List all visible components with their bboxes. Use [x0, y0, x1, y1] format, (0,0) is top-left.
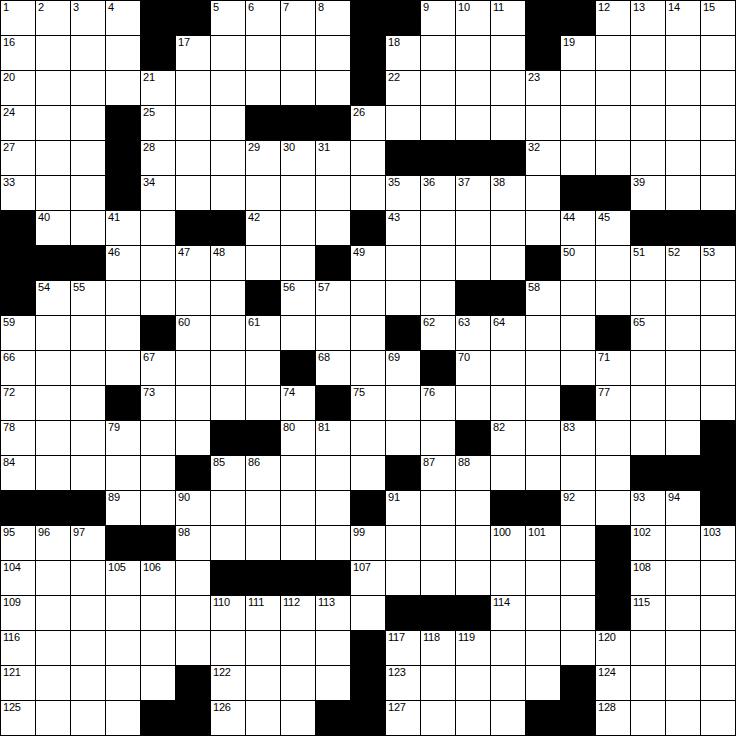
grid-cell[interactable] — [421, 421, 455, 455]
grid-cell[interactable]: 54 — [36, 281, 70, 315]
grid-cell[interactable]: 114 — [491, 596, 525, 630]
grid-cell[interactable]: 100 — [491, 526, 525, 560]
grid-cell[interactable] — [176, 561, 210, 595]
grid-cell[interactable] — [36, 561, 70, 595]
grid-cell[interactable] — [561, 106, 595, 140]
grid-cell[interactable] — [666, 386, 700, 420]
grid-cell[interactable] — [106, 351, 140, 385]
grid-cell[interactable]: 56 — [281, 281, 315, 315]
grid-cell[interactable]: 101 — [526, 526, 560, 560]
grid-cell[interactable]: 52 — [666, 246, 700, 280]
grid-cell[interactable] — [421, 36, 455, 70]
grid-cell[interactable] — [456, 526, 490, 560]
grid-cell[interactable] — [141, 421, 175, 455]
grid-cell[interactable] — [36, 176, 70, 210]
grid-cell[interactable] — [561, 631, 595, 665]
grid-cell[interactable] — [561, 351, 595, 385]
grid-cell[interactable] — [421, 701, 455, 735]
grid-cell[interactable]: 126 — [211, 701, 245, 735]
grid-cell[interactable]: 97 — [71, 526, 105, 560]
grid-cell[interactable]: 59 — [1, 316, 35, 350]
grid-cell[interactable] — [701, 36, 735, 70]
grid-cell[interactable]: 18 — [386, 36, 420, 70]
grid-cell[interactable] — [316, 71, 350, 105]
grid-cell[interactable] — [631, 631, 665, 665]
grid-cell[interactable] — [246, 491, 280, 525]
grid-cell[interactable] — [316, 666, 350, 700]
grid-cell[interactable] — [36, 36, 70, 70]
grid-cell[interactable] — [141, 456, 175, 490]
grid-cell[interactable] — [561, 71, 595, 105]
grid-cell[interactable]: 103 — [701, 526, 735, 560]
grid-cell[interactable]: 91 — [386, 491, 420, 525]
grid-cell[interactable]: 112 — [281, 596, 315, 630]
grid-cell[interactable] — [246, 631, 280, 665]
grid-cell[interactable] — [211, 526, 245, 560]
grid-cell[interactable]: 24 — [1, 106, 35, 140]
grid-cell[interactable] — [421, 246, 455, 280]
grid-cell[interactable]: 37 — [456, 176, 490, 210]
grid-cell[interactable] — [211, 491, 245, 525]
grid-cell[interactable]: 29 — [246, 141, 280, 175]
grid-cell[interactable]: 86 — [246, 456, 280, 490]
grid-cell[interactable] — [71, 596, 105, 630]
grid-cell[interactable]: 44 — [561, 211, 595, 245]
grid-cell[interactable]: 40 — [36, 211, 70, 245]
grid-cell[interactable] — [176, 141, 210, 175]
grid-cell[interactable] — [316, 211, 350, 245]
grid-cell[interactable]: 115 — [631, 596, 665, 630]
grid-cell[interactable]: 31 — [316, 141, 350, 175]
grid-cell[interactable] — [701, 141, 735, 175]
grid-cell[interactable] — [526, 176, 560, 210]
grid-cell[interactable] — [491, 386, 525, 420]
grid-cell[interactable] — [386, 281, 420, 315]
grid-cell[interactable] — [246, 246, 280, 280]
grid-cell[interactable]: 121 — [1, 666, 35, 700]
grid-cell[interactable] — [701, 631, 735, 665]
grid-cell[interactable] — [596, 281, 630, 315]
grid-cell[interactable] — [386, 246, 420, 280]
grid-cell[interactable] — [701, 281, 735, 315]
grid-cell[interactable] — [246, 36, 280, 70]
grid-cell[interactable] — [561, 526, 595, 560]
grid-cell[interactable]: 68 — [316, 351, 350, 385]
grid-cell[interactable] — [36, 596, 70, 630]
grid-cell[interactable] — [141, 631, 175, 665]
grid-cell[interactable] — [666, 141, 700, 175]
grid-cell[interactable] — [456, 701, 490, 735]
grid-cell[interactable] — [596, 491, 630, 525]
grid-cell[interactable]: 27 — [1, 141, 35, 175]
grid-cell[interactable] — [386, 106, 420, 140]
grid-cell[interactable] — [316, 456, 350, 490]
grid-cell[interactable] — [526, 386, 560, 420]
grid-cell[interactable] — [211, 71, 245, 105]
grid-cell[interactable] — [246, 666, 280, 700]
grid-cell[interactable] — [71, 631, 105, 665]
grid-cell[interactable] — [281, 211, 315, 245]
grid-cell[interactable]: 104 — [1, 561, 35, 595]
grid-cell[interactable]: 42 — [246, 211, 280, 245]
grid-cell[interactable]: 110 — [211, 596, 245, 630]
grid-cell[interactable]: 74 — [281, 386, 315, 420]
grid-cell[interactable]: 11 — [491, 1, 525, 35]
grid-cell[interactable] — [71, 106, 105, 140]
grid-cell[interactable]: 99 — [351, 526, 385, 560]
grid-cell[interactable] — [281, 71, 315, 105]
grid-cell[interactable] — [666, 666, 700, 700]
grid-cell[interactable] — [666, 351, 700, 385]
grid-cell[interactable] — [36, 106, 70, 140]
grid-cell[interactable] — [421, 561, 455, 595]
grid-cell[interactable] — [666, 631, 700, 665]
grid-cell[interactable] — [176, 386, 210, 420]
grid-cell[interactable] — [106, 631, 140, 665]
grid-cell[interactable] — [71, 176, 105, 210]
grid-cell[interactable]: 66 — [1, 351, 35, 385]
grid-cell[interactable] — [701, 386, 735, 420]
grid-cell[interactable] — [71, 36, 105, 70]
grid-cell[interactable] — [71, 701, 105, 735]
grid-cell[interactable]: 16 — [1, 36, 35, 70]
grid-cell[interactable]: 92 — [561, 491, 595, 525]
grid-cell[interactable] — [666, 316, 700, 350]
grid-cell[interactable]: 43 — [386, 211, 420, 245]
grid-cell[interactable]: 93 — [631, 491, 665, 525]
grid-cell[interactable]: 105 — [106, 561, 140, 595]
grid-cell[interactable] — [491, 701, 525, 735]
grid-cell[interactable] — [36, 351, 70, 385]
grid-cell[interactable] — [456, 71, 490, 105]
grid-cell[interactable] — [106, 666, 140, 700]
grid-cell[interactable]: 63 — [456, 316, 490, 350]
grid-cell[interactable] — [666, 701, 700, 735]
grid-cell[interactable] — [246, 71, 280, 105]
grid-cell[interactable]: 109 — [1, 596, 35, 630]
grid-cell[interactable]: 22 — [386, 71, 420, 105]
grid-cell[interactable]: 65 — [631, 316, 665, 350]
grid-cell[interactable]: 127 — [386, 701, 420, 735]
grid-cell[interactable] — [71, 211, 105, 245]
grid-cell[interactable] — [71, 561, 105, 595]
grid-cell[interactable] — [71, 421, 105, 455]
grid-cell[interactable] — [631, 106, 665, 140]
grid-cell[interactable]: 39 — [631, 176, 665, 210]
grid-cell[interactable] — [246, 386, 280, 420]
grid-cell[interactable]: 125 — [1, 701, 35, 735]
grid-cell[interactable] — [596, 141, 630, 175]
grid-cell[interactable] — [281, 316, 315, 350]
grid-cell[interactable]: 33 — [1, 176, 35, 210]
grid-cell[interactable] — [631, 351, 665, 385]
grid-cell[interactable] — [491, 666, 525, 700]
grid-cell[interactable] — [386, 526, 420, 560]
grid-cell[interactable]: 10 — [456, 1, 490, 35]
grid-cell[interactable] — [421, 526, 455, 560]
grid-cell[interactable] — [666, 596, 700, 630]
grid-cell[interactable]: 47 — [176, 246, 210, 280]
grid-cell[interactable] — [561, 316, 595, 350]
grid-cell[interactable]: 85 — [211, 456, 245, 490]
grid-cell[interactable]: 98 — [176, 526, 210, 560]
grid-cell[interactable] — [631, 421, 665, 455]
grid-cell[interactable]: 20 — [1, 71, 35, 105]
grid-cell[interactable] — [526, 456, 560, 490]
grid-cell[interactable]: 2 — [36, 1, 70, 35]
grid-cell[interactable]: 7 — [281, 1, 315, 35]
grid-cell[interactable] — [631, 281, 665, 315]
grid-cell[interactable]: 107 — [351, 561, 385, 595]
grid-cell[interactable] — [211, 141, 245, 175]
grid-cell[interactable] — [491, 561, 525, 595]
grid-cell[interactable] — [701, 561, 735, 595]
grid-cell[interactable] — [71, 351, 105, 385]
grid-cell[interactable] — [351, 316, 385, 350]
grid-cell[interactable] — [351, 596, 385, 630]
grid-cell[interactable] — [701, 701, 735, 735]
grid-cell[interactable] — [246, 526, 280, 560]
grid-cell[interactable] — [526, 596, 560, 630]
grid-cell[interactable]: 48 — [211, 246, 245, 280]
grid-cell[interactable] — [421, 666, 455, 700]
grid-cell[interactable] — [281, 666, 315, 700]
grid-cell[interactable] — [351, 176, 385, 210]
grid-cell[interactable]: 23 — [526, 71, 560, 105]
grid-cell[interactable]: 108 — [631, 561, 665, 595]
grid-cell[interactable] — [106, 701, 140, 735]
grid-cell[interactable]: 79 — [106, 421, 140, 455]
grid-cell[interactable] — [561, 456, 595, 490]
grid-cell[interactable] — [421, 71, 455, 105]
grid-cell[interactable]: 51 — [631, 246, 665, 280]
grid-cell[interactable] — [36, 316, 70, 350]
grid-cell[interactable]: 46 — [106, 246, 140, 280]
grid-cell[interactable]: 96 — [36, 526, 70, 560]
grid-cell[interactable]: 70 — [456, 351, 490, 385]
grid-cell[interactable]: 12 — [596, 1, 630, 35]
grid-cell[interactable]: 102 — [631, 526, 665, 560]
grid-cell[interactable] — [456, 246, 490, 280]
grid-cell[interactable] — [456, 561, 490, 595]
grid-cell[interactable]: 64 — [491, 316, 525, 350]
grid-cell[interactable] — [561, 141, 595, 175]
grid-cell[interactable] — [666, 71, 700, 105]
grid-cell[interactable] — [386, 561, 420, 595]
grid-cell[interactable] — [421, 281, 455, 315]
grid-cell[interactable] — [421, 491, 455, 525]
grid-cell[interactable] — [701, 596, 735, 630]
grid-cell[interactable] — [281, 176, 315, 210]
grid-cell[interactable] — [491, 351, 525, 385]
grid-cell[interactable] — [36, 701, 70, 735]
grid-cell[interactable]: 75 — [351, 386, 385, 420]
grid-cell[interactable] — [281, 246, 315, 280]
grid-cell[interactable]: 4 — [106, 1, 140, 35]
grid-cell[interactable] — [596, 246, 630, 280]
grid-cell[interactable]: 26 — [351, 106, 385, 140]
grid-cell[interactable] — [316, 631, 350, 665]
grid-cell[interactable] — [36, 421, 70, 455]
grid-cell[interactable] — [526, 351, 560, 385]
grid-cell[interactable]: 28 — [141, 141, 175, 175]
grid-cell[interactable] — [701, 316, 735, 350]
grid-cell[interactable]: 73 — [141, 386, 175, 420]
grid-cell[interactable]: 88 — [456, 456, 490, 490]
grid-cell[interactable] — [526, 631, 560, 665]
grid-cell[interactable]: 89 — [106, 491, 140, 525]
grid-cell[interactable] — [456, 386, 490, 420]
grid-cell[interactable]: 45 — [596, 211, 630, 245]
grid-cell[interactable]: 78 — [1, 421, 35, 455]
grid-cell[interactable] — [701, 71, 735, 105]
grid-cell[interactable]: 124 — [596, 666, 630, 700]
grid-cell[interactable]: 5 — [211, 1, 245, 35]
grid-cell[interactable] — [421, 211, 455, 245]
grid-cell[interactable] — [246, 176, 280, 210]
grid-cell[interactable] — [281, 631, 315, 665]
grid-cell[interactable]: 72 — [1, 386, 35, 420]
grid-cell[interactable] — [491, 211, 525, 245]
grid-cell[interactable] — [631, 36, 665, 70]
grid-cell[interactable]: 50 — [561, 246, 595, 280]
grid-cell[interactable] — [351, 351, 385, 385]
grid-cell[interactable] — [106, 316, 140, 350]
grid-cell[interactable] — [631, 701, 665, 735]
grid-cell[interactable] — [106, 596, 140, 630]
grid-cell[interactable] — [36, 666, 70, 700]
grid-cell[interactable] — [106, 456, 140, 490]
grid-cell[interactable] — [666, 106, 700, 140]
grid-cell[interactable] — [176, 596, 210, 630]
grid-cell[interactable] — [526, 666, 560, 700]
grid-cell[interactable]: 8 — [316, 1, 350, 35]
grid-cell[interactable] — [36, 631, 70, 665]
grid-cell[interactable] — [456, 491, 490, 525]
grid-cell[interactable] — [666, 36, 700, 70]
grid-cell[interactable] — [491, 456, 525, 490]
grid-cell[interactable]: 19 — [561, 36, 595, 70]
grid-cell[interactable]: 76 — [421, 386, 455, 420]
grid-cell[interactable] — [176, 351, 210, 385]
grid-cell[interactable] — [526, 106, 560, 140]
grid-cell[interactable]: 90 — [176, 491, 210, 525]
grid-cell[interactable] — [211, 106, 245, 140]
grid-cell[interactable] — [141, 596, 175, 630]
grid-cell[interactable]: 6 — [246, 1, 280, 35]
grid-cell[interactable] — [211, 351, 245, 385]
grid-cell[interactable] — [351, 141, 385, 175]
grid-cell[interactable] — [211, 386, 245, 420]
grid-cell[interactable]: 119 — [456, 631, 490, 665]
grid-cell[interactable] — [71, 71, 105, 105]
grid-cell[interactable]: 13 — [631, 1, 665, 35]
grid-cell[interactable]: 84 — [1, 456, 35, 490]
grid-cell[interactable] — [456, 666, 490, 700]
grid-cell[interactable] — [36, 386, 70, 420]
grid-cell[interactable] — [701, 176, 735, 210]
grid-cell[interactable] — [491, 36, 525, 70]
grid-cell[interactable] — [701, 666, 735, 700]
grid-cell[interactable] — [106, 281, 140, 315]
grid-cell[interactable]: 118 — [421, 631, 455, 665]
grid-cell[interactable] — [71, 456, 105, 490]
grid-cell[interactable]: 36 — [421, 176, 455, 210]
grid-cell[interactable]: 17 — [176, 36, 210, 70]
grid-cell[interactable]: 80 — [281, 421, 315, 455]
grid-cell[interactable] — [71, 386, 105, 420]
grid-cell[interactable]: 3 — [71, 1, 105, 35]
grid-cell[interactable] — [176, 176, 210, 210]
grid-cell[interactable]: 83 — [561, 421, 595, 455]
grid-cell[interactable] — [561, 596, 595, 630]
grid-cell[interactable] — [631, 666, 665, 700]
grid-cell[interactable] — [71, 666, 105, 700]
grid-cell[interactable] — [526, 421, 560, 455]
grid-cell[interactable] — [596, 421, 630, 455]
grid-cell[interactable]: 120 — [596, 631, 630, 665]
grid-cell[interactable]: 58 — [526, 281, 560, 315]
grid-cell[interactable] — [176, 281, 210, 315]
grid-cell[interactable] — [281, 526, 315, 560]
grid-cell[interactable]: 123 — [386, 666, 420, 700]
grid-cell[interactable] — [176, 631, 210, 665]
grid-cell[interactable] — [596, 36, 630, 70]
grid-cell[interactable] — [491, 246, 525, 280]
grid-cell[interactable] — [491, 106, 525, 140]
grid-cell[interactable] — [666, 526, 700, 560]
grid-cell[interactable] — [176, 71, 210, 105]
grid-cell[interactable] — [176, 106, 210, 140]
grid-cell[interactable] — [281, 456, 315, 490]
grid-cell[interactable] — [666, 281, 700, 315]
grid-cell[interactable]: 94 — [666, 491, 700, 525]
grid-cell[interactable] — [316, 176, 350, 210]
grid-cell[interactable] — [316, 316, 350, 350]
grid-cell[interactable]: 60 — [176, 316, 210, 350]
grid-cell[interactable] — [211, 316, 245, 350]
grid-cell[interactable]: 49 — [351, 246, 385, 280]
grid-cell[interactable]: 71 — [596, 351, 630, 385]
grid-cell[interactable] — [386, 421, 420, 455]
grid-cell[interactable]: 32 — [526, 141, 560, 175]
grid-cell[interactable] — [596, 71, 630, 105]
grid-cell[interactable] — [351, 421, 385, 455]
grid-cell[interactable]: 55 — [71, 281, 105, 315]
grid-cell[interactable] — [631, 386, 665, 420]
grid-cell[interactable] — [141, 211, 175, 245]
grid-cell[interactable]: 95 — [1, 526, 35, 560]
grid-cell[interactable]: 25 — [141, 106, 175, 140]
grid-cell[interactable] — [281, 491, 315, 525]
grid-cell[interactable] — [316, 526, 350, 560]
grid-cell[interactable] — [351, 456, 385, 490]
grid-cell[interactable] — [561, 281, 595, 315]
grid-cell[interactable] — [316, 491, 350, 525]
grid-cell[interactable] — [211, 281, 245, 315]
grid-cell[interactable]: 9 — [421, 1, 455, 35]
grid-cell[interactable]: 61 — [246, 316, 280, 350]
grid-cell[interactable]: 111 — [246, 596, 280, 630]
grid-cell[interactable] — [36, 456, 70, 490]
grid-cell[interactable]: 21 — [141, 71, 175, 105]
grid-cell[interactable]: 77 — [596, 386, 630, 420]
grid-cell[interactable] — [666, 176, 700, 210]
grid-cell[interactable] — [596, 456, 630, 490]
grid-cell[interactable] — [141, 666, 175, 700]
grid-cell[interactable] — [246, 701, 280, 735]
grid-cell[interactable] — [351, 281, 385, 315]
